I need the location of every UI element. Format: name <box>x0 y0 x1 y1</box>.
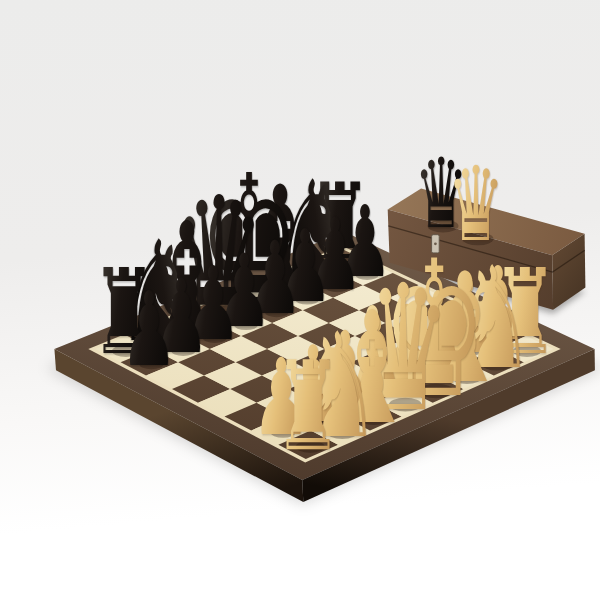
white-rook-a1: ♜ <box>253 345 363 468</box>
chess-set-product-photo: ♜♞♝♛♚♝♞♜♟♟♟♟♟♟♟♟♟♟♟♟♟♟♟♟♜♞♝♛♚♝♞♜♛♛ <box>0 0 600 600</box>
piece-layer: ♜♞♝♛♚♝♞♜♟♟♟♟♟♟♟♟♟♟♟♟♟♟♟♟♜♞♝♛♚♝♞♜♛♛ <box>0 0 600 600</box>
black-pawn-a7: ♟ <box>103 279 195 382</box>
